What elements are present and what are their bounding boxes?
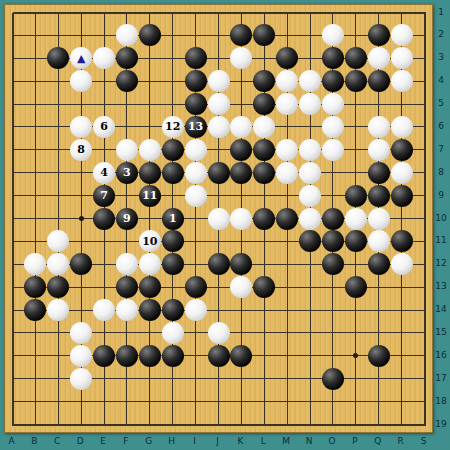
white-stone[interactable] bbox=[391, 253, 413, 275]
white-stone[interactable] bbox=[253, 116, 275, 138]
white-stone[interactable] bbox=[47, 253, 69, 275]
black-stone[interactable]: 3 bbox=[116, 162, 138, 184]
black-stone[interactable] bbox=[230, 24, 252, 46]
grid-line-horizontal bbox=[13, 12, 426, 14]
black-stone[interactable] bbox=[230, 162, 252, 184]
black-stone[interactable] bbox=[139, 276, 161, 298]
column-label: S bbox=[421, 436, 427, 446]
white-stone[interactable] bbox=[391, 47, 413, 69]
move-number-label: 3 bbox=[123, 167, 131, 178]
white-stone[interactable] bbox=[185, 185, 207, 207]
row-label: 5 bbox=[438, 98, 444, 108]
black-stone[interactable] bbox=[253, 139, 275, 161]
white-stone[interactable] bbox=[116, 253, 138, 275]
grid-line-vertical bbox=[58, 13, 59, 426]
white-stone[interactable] bbox=[322, 24, 344, 46]
row-label: 10 bbox=[435, 213, 446, 223]
move-number-label: 9 bbox=[123, 213, 131, 224]
black-stone[interactable] bbox=[139, 299, 161, 321]
white-stone[interactable] bbox=[70, 345, 92, 367]
black-stone[interactable] bbox=[47, 276, 69, 298]
white-stone[interactable] bbox=[70, 322, 92, 344]
black-stone[interactable] bbox=[185, 70, 207, 92]
black-stone[interactable] bbox=[322, 368, 344, 390]
column-label: O bbox=[328, 436, 335, 446]
black-stone[interactable]: 7 bbox=[93, 185, 115, 207]
white-stone[interactable] bbox=[276, 162, 298, 184]
grid-line-vertical bbox=[424, 13, 426, 426]
black-stone[interactable] bbox=[185, 47, 207, 69]
black-stone[interactable] bbox=[368, 253, 390, 275]
row-label: 8 bbox=[438, 167, 444, 177]
white-stone[interactable] bbox=[185, 299, 207, 321]
column-label: C bbox=[54, 436, 60, 446]
white-stone[interactable] bbox=[391, 116, 413, 138]
white-stone[interactable] bbox=[116, 299, 138, 321]
black-stone[interactable] bbox=[322, 47, 344, 69]
black-stone[interactable] bbox=[93, 345, 115, 367]
go-app-window: ▲612138437119110 ABCDEFGHIJKLMNOPQRS 123… bbox=[0, 0, 450, 450]
white-stone[interactable] bbox=[70, 368, 92, 390]
column-label: D bbox=[77, 436, 84, 446]
black-stone[interactable] bbox=[345, 230, 367, 252]
triangle-marker-icon: ▲ bbox=[77, 53, 85, 64]
black-stone[interactable] bbox=[368, 185, 390, 207]
black-stone[interactable] bbox=[322, 253, 344, 275]
black-stone[interactable] bbox=[253, 208, 275, 230]
black-stone[interactable] bbox=[24, 276, 46, 298]
white-stone[interactable] bbox=[185, 162, 207, 184]
white-stone[interactable] bbox=[208, 116, 230, 138]
black-stone[interactable] bbox=[162, 139, 184, 161]
white-stone[interactable] bbox=[299, 70, 321, 92]
white-stone[interactable] bbox=[299, 208, 321, 230]
row-label: 16 bbox=[435, 350, 446, 360]
row-label: 19 bbox=[435, 419, 446, 429]
white-stone[interactable] bbox=[276, 93, 298, 115]
white-stone[interactable] bbox=[93, 47, 115, 69]
white-stone[interactable] bbox=[162, 322, 184, 344]
black-stone[interactable] bbox=[322, 208, 344, 230]
black-stone[interactable] bbox=[70, 253, 92, 275]
black-stone[interactable] bbox=[139, 162, 161, 184]
black-stone[interactable] bbox=[47, 47, 69, 69]
black-stone[interactable] bbox=[253, 24, 275, 46]
move-number-label: 1 bbox=[169, 213, 177, 224]
black-stone[interactable] bbox=[116, 276, 138, 298]
white-stone[interactable] bbox=[93, 299, 115, 321]
column-label: H bbox=[168, 436, 175, 446]
black-stone[interactable]: 11 bbox=[139, 185, 161, 207]
white-stone[interactable] bbox=[368, 208, 390, 230]
black-stone[interactable] bbox=[139, 24, 161, 46]
white-stone[interactable] bbox=[139, 253, 161, 275]
black-stone[interactable] bbox=[230, 253, 252, 275]
black-stone[interactable] bbox=[230, 345, 252, 367]
white-stone[interactable] bbox=[208, 70, 230, 92]
black-stone[interactable] bbox=[345, 47, 367, 69]
black-stone[interactable] bbox=[208, 253, 230, 275]
black-stone[interactable] bbox=[368, 70, 390, 92]
black-stone[interactable] bbox=[253, 162, 275, 184]
white-stone[interactable] bbox=[322, 139, 344, 161]
column-label: B bbox=[31, 436, 37, 446]
column-label: I bbox=[193, 436, 196, 446]
row-label: 9 bbox=[438, 190, 444, 200]
white-stone[interactable] bbox=[139, 139, 161, 161]
white-stone[interactable] bbox=[208, 93, 230, 115]
black-stone[interactable] bbox=[345, 276, 367, 298]
black-stone[interactable] bbox=[185, 276, 207, 298]
white-stone[interactable] bbox=[276, 139, 298, 161]
white-stone[interactable]: 12 bbox=[162, 116, 184, 138]
white-stone[interactable]: 8 bbox=[70, 139, 92, 161]
black-stone[interactable] bbox=[116, 70, 138, 92]
column-label: K bbox=[237, 436, 243, 446]
grid-line-horizontal bbox=[13, 35, 426, 36]
white-stone[interactable] bbox=[322, 93, 344, 115]
column-label: E bbox=[100, 436, 106, 446]
row-label: 7 bbox=[438, 144, 444, 154]
move-number-label: 11 bbox=[142, 190, 157, 201]
white-stone[interactable] bbox=[368, 116, 390, 138]
move-number-label: 4 bbox=[100, 167, 108, 178]
black-stone[interactable] bbox=[162, 230, 184, 252]
row-label: 13 bbox=[435, 281, 446, 291]
black-stone[interactable] bbox=[162, 299, 184, 321]
white-stone[interactable] bbox=[322, 116, 344, 138]
move-number-label: 13 bbox=[188, 121, 203, 132]
row-label: 18 bbox=[435, 396, 446, 406]
white-stone[interactable] bbox=[299, 162, 321, 184]
black-stone[interactable] bbox=[253, 276, 275, 298]
column-label: R bbox=[397, 436, 403, 446]
row-label: 11 bbox=[435, 235, 446, 245]
white-stone[interactable] bbox=[230, 276, 252, 298]
column-label: N bbox=[306, 436, 313, 446]
row-label: 15 bbox=[435, 327, 446, 337]
black-stone[interactable] bbox=[322, 230, 344, 252]
row-label: 12 bbox=[435, 258, 446, 268]
white-stone[interactable]: ▲ bbox=[70, 47, 92, 69]
white-stone[interactable] bbox=[368, 230, 390, 252]
black-stone[interactable] bbox=[345, 185, 367, 207]
row-label: 2 bbox=[438, 29, 444, 39]
star-point bbox=[79, 216, 84, 221]
white-stone[interactable] bbox=[230, 47, 252, 69]
black-stone[interactable] bbox=[253, 70, 275, 92]
white-stone[interactable] bbox=[47, 230, 69, 252]
black-stone[interactable] bbox=[162, 345, 184, 367]
column-label: Q bbox=[374, 436, 381, 446]
row-label: 14 bbox=[435, 304, 446, 314]
white-stone[interactable]: 6 bbox=[93, 116, 115, 138]
white-stone[interactable] bbox=[345, 208, 367, 230]
white-stone[interactable] bbox=[185, 139, 207, 161]
white-stone[interactable] bbox=[391, 24, 413, 46]
column-label: A bbox=[8, 436, 14, 446]
black-stone[interactable] bbox=[253, 93, 275, 115]
row-label: 3 bbox=[438, 52, 444, 62]
star-point bbox=[353, 353, 358, 358]
white-stone[interactable] bbox=[299, 185, 321, 207]
white-stone[interactable] bbox=[208, 208, 230, 230]
column-label: G bbox=[145, 436, 152, 446]
white-stone[interactable] bbox=[47, 299, 69, 321]
black-stone[interactable] bbox=[116, 47, 138, 69]
white-stone[interactable] bbox=[391, 162, 413, 184]
white-stone[interactable] bbox=[230, 116, 252, 138]
row-label: 1 bbox=[438, 7, 444, 17]
column-label: F bbox=[123, 436, 128, 446]
black-stone[interactable] bbox=[24, 299, 46, 321]
black-stone[interactable] bbox=[116, 345, 138, 367]
column-label: L bbox=[261, 436, 266, 446]
grid-line-vertical bbox=[35, 13, 36, 426]
white-stone[interactable] bbox=[276, 70, 298, 92]
white-stone[interactable] bbox=[391, 70, 413, 92]
grid-line-horizontal bbox=[13, 310, 426, 311]
grid-line-vertical bbox=[12, 13, 14, 426]
row-label: 17 bbox=[435, 373, 446, 383]
move-number-label: 7 bbox=[100, 190, 108, 201]
white-stone[interactable] bbox=[368, 47, 390, 69]
white-stone[interactable] bbox=[70, 70, 92, 92]
black-stone[interactable] bbox=[93, 208, 115, 230]
move-number-label: 8 bbox=[77, 144, 85, 155]
white-stone[interactable] bbox=[230, 208, 252, 230]
move-number-label: 10 bbox=[142, 236, 157, 247]
white-stone[interactable] bbox=[299, 139, 321, 161]
white-stone[interactable] bbox=[70, 116, 92, 138]
black-stone[interactable] bbox=[345, 70, 367, 92]
row-label: 4 bbox=[438, 75, 444, 85]
black-stone[interactable] bbox=[208, 162, 230, 184]
go-board[interactable]: ▲612138437119110 bbox=[4, 4, 433, 433]
grid-line-horizontal bbox=[13, 424, 426, 426]
black-stone[interactable] bbox=[162, 253, 184, 275]
column-label: M bbox=[282, 436, 290, 446]
move-number-label: 6 bbox=[100, 121, 108, 132]
black-stone[interactable] bbox=[391, 185, 413, 207]
move-number-label: 12 bbox=[165, 121, 180, 132]
black-stone[interactable] bbox=[391, 139, 413, 161]
row-label: 6 bbox=[438, 121, 444, 131]
black-stone[interactable] bbox=[276, 47, 298, 69]
black-stone[interactable]: 13 bbox=[185, 116, 207, 138]
black-stone[interactable] bbox=[185, 93, 207, 115]
white-stone[interactable] bbox=[299, 93, 321, 115]
black-stone[interactable] bbox=[322, 70, 344, 92]
black-stone[interactable] bbox=[208, 345, 230, 367]
black-stone[interactable]: 9 bbox=[116, 208, 138, 230]
white-stone[interactable]: 10 bbox=[139, 230, 161, 252]
black-stone[interactable] bbox=[368, 345, 390, 367]
white-stone[interactable] bbox=[208, 322, 230, 344]
white-stone[interactable] bbox=[24, 253, 46, 275]
white-stone[interactable] bbox=[116, 24, 138, 46]
black-stone[interactable] bbox=[368, 162, 390, 184]
white-stone[interactable]: 4 bbox=[93, 162, 115, 184]
black-stone[interactable] bbox=[276, 208, 298, 230]
black-stone[interactable] bbox=[391, 230, 413, 252]
black-stone[interactable] bbox=[368, 24, 390, 46]
black-stone[interactable] bbox=[299, 230, 321, 252]
black-stone[interactable] bbox=[230, 139, 252, 161]
column-label: P bbox=[352, 436, 357, 446]
black-stone[interactable] bbox=[139, 345, 161, 367]
black-stone[interactable] bbox=[162, 162, 184, 184]
white-stone[interactable] bbox=[368, 139, 390, 161]
column-label: J bbox=[216, 436, 219, 446]
grid-line-horizontal bbox=[13, 401, 426, 402]
black-stone[interactable]: 1 bbox=[162, 208, 184, 230]
white-stone[interactable] bbox=[116, 139, 138, 161]
